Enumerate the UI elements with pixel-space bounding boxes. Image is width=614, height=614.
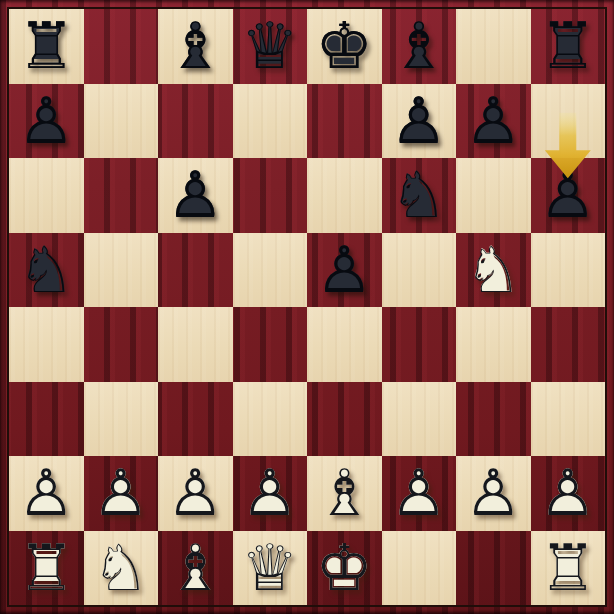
square-f6[interactable]: ♞♘ (382, 158, 457, 233)
square-a1[interactable]: ♜♖ (9, 531, 84, 606)
square-c8[interactable]: ♝♗ (158, 9, 233, 84)
square-h5[interactable] (531, 233, 606, 308)
square-c3[interactable] (158, 382, 233, 457)
piece-white-king[interactable]: ♚♔ (307, 531, 382, 606)
piece-glyph-outline: ♔ (307, 531, 382, 606)
piece-glyph-outline: ♘ (9, 233, 84, 308)
piece-black-pawn[interactable]: ♟♙ (456, 84, 531, 159)
square-a2[interactable]: ♟♙ (9, 456, 84, 531)
square-f1[interactable] (382, 531, 457, 606)
square-c7[interactable] (158, 84, 233, 159)
square-h1[interactable]: ♜♖ (531, 531, 606, 606)
piece-white-knight[interactable]: ♞♘ (456, 233, 531, 308)
square-d2[interactable]: ♟♙ (233, 456, 308, 531)
piece-black-knight[interactable]: ♞♘ (382, 158, 457, 233)
square-a4[interactable] (9, 307, 84, 382)
square-e7[interactable] (307, 84, 382, 159)
piece-black-bishop[interactable]: ♝♗ (382, 9, 457, 84)
piece-glyph-outline: ♖ (9, 531, 84, 606)
square-h4[interactable] (531, 307, 606, 382)
square-f2[interactable]: ♟♙ (382, 456, 457, 531)
piece-glyph-outline: ♙ (307, 233, 382, 308)
chess-board: ♜♖♝♗♛♕♚♔♝♗♜♖♟♙♟♙♟♙♟♙♞♘♟♙♞♘♟♙♞♘♟♙♟♙♟♙♟♙♝♗… (9, 9, 605, 605)
square-f7[interactable]: ♟♙ (382, 84, 457, 159)
square-a6[interactable] (9, 158, 84, 233)
square-h6[interactable]: ♟♙ (531, 158, 606, 233)
piece-glyph-outline: ♙ (9, 84, 84, 159)
piece-black-bishop[interactable]: ♝♗ (158, 9, 233, 84)
square-c5[interactable] (158, 233, 233, 308)
piece-glyph-outline: ♙ (158, 158, 233, 233)
square-b2[interactable]: ♟♙ (84, 456, 159, 531)
square-d7[interactable] (233, 84, 308, 159)
piece-glyph-outline: ♗ (158, 531, 233, 606)
square-g8[interactable] (456, 9, 531, 84)
piece-glyph-outline: ♘ (456, 233, 531, 308)
square-g4[interactable] (456, 307, 531, 382)
piece-glyph-outline: ♔ (307, 9, 382, 84)
piece-white-bishop[interactable]: ♝♗ (307, 456, 382, 531)
square-c2[interactable]: ♟♙ (158, 456, 233, 531)
square-d3[interactable] (233, 382, 308, 457)
piece-black-knight[interactable]: ♞♘ (9, 233, 84, 308)
piece-glyph-outline: ♙ (84, 456, 159, 531)
piece-black-king[interactable]: ♚♔ (307, 9, 382, 84)
square-b6[interactable] (84, 158, 159, 233)
square-e3[interactable] (307, 382, 382, 457)
square-e5[interactable]: ♟♙ (307, 233, 382, 308)
piece-glyph-outline: ♗ (158, 9, 233, 84)
square-f8[interactable]: ♝♗ (382, 9, 457, 84)
square-f5[interactable] (382, 233, 457, 308)
square-h8[interactable]: ♜♖ (531, 9, 606, 84)
square-b8[interactable] (84, 9, 159, 84)
square-g2[interactable]: ♟♙ (456, 456, 531, 531)
square-d5[interactable] (233, 233, 308, 308)
square-h3[interactable] (531, 382, 606, 457)
square-e8[interactable]: ♚♔ (307, 9, 382, 84)
piece-glyph-outline: ♙ (382, 456, 457, 531)
piece-white-rook[interactable]: ♜♖ (531, 531, 606, 606)
square-c4[interactable] (158, 307, 233, 382)
piece-white-pawn[interactable]: ♟♙ (456, 456, 531, 531)
square-g1[interactable] (456, 531, 531, 606)
square-a7[interactable]: ♟♙ (9, 84, 84, 159)
board-frame: ♜♖♝♗♛♕♚♔♝♗♜♖♟♙♟♙♟♙♟♙♞♘♟♙♞♘♟♙♞♘♟♙♟♙♟♙♟♙♝♗… (0, 0, 614, 614)
piece-glyph-outline: ♙ (9, 456, 84, 531)
piece-white-pawn[interactable]: ♟♙ (84, 456, 159, 531)
piece-black-pawn[interactable]: ♟♙ (531, 158, 606, 233)
piece-white-pawn[interactable]: ♟♙ (382, 456, 457, 531)
piece-glyph-outline: ♙ (456, 456, 531, 531)
piece-glyph-outline: ♘ (382, 158, 457, 233)
square-d8[interactable]: ♛♕ (233, 9, 308, 84)
square-h7[interactable] (531, 84, 606, 159)
square-a3[interactable] (9, 382, 84, 457)
piece-white-rook[interactable]: ♜♖ (9, 531, 84, 606)
square-d4[interactable] (233, 307, 308, 382)
piece-glyph-outline: ♕ (233, 531, 308, 606)
square-e6[interactable] (307, 158, 382, 233)
square-h2[interactable]: ♟♙ (531, 456, 606, 531)
square-b1[interactable]: ♞♘ (84, 531, 159, 606)
piece-white-queen[interactable]: ♛♕ (233, 531, 308, 606)
square-g6[interactable] (456, 158, 531, 233)
piece-black-pawn[interactable]: ♟♙ (382, 84, 457, 159)
piece-white-pawn[interactable]: ♟♙ (9, 456, 84, 531)
piece-glyph-outline: ♙ (456, 84, 531, 159)
square-f3[interactable] (382, 382, 457, 457)
piece-white-pawn[interactable]: ♟♙ (158, 456, 233, 531)
square-b7[interactable] (84, 84, 159, 159)
piece-glyph-outline: ♖ (531, 531, 606, 606)
square-e4[interactable] (307, 307, 382, 382)
piece-glyph-outline: ♙ (382, 84, 457, 159)
square-e2[interactable]: ♝♗ (307, 456, 382, 531)
square-d6[interactable] (233, 158, 308, 233)
piece-glyph-outline: ♖ (9, 9, 84, 84)
square-b4[interactable] (84, 307, 159, 382)
piece-black-pawn[interactable]: ♟♙ (158, 158, 233, 233)
square-g5[interactable]: ♞♘ (456, 233, 531, 308)
square-g7[interactable]: ♟♙ (456, 84, 531, 159)
piece-black-queen[interactable]: ♛♕ (233, 9, 308, 84)
piece-white-bishop[interactable]: ♝♗ (158, 531, 233, 606)
piece-glyph-outline: ♖ (531, 9, 606, 84)
piece-white-pawn[interactable]: ♟♙ (233, 456, 308, 531)
square-d1[interactable]: ♛♕ (233, 531, 308, 606)
piece-glyph-outline: ♙ (233, 456, 308, 531)
square-c6[interactable]: ♟♙ (158, 158, 233, 233)
piece-black-rook[interactable]: ♜♖ (531, 9, 606, 84)
piece-black-rook[interactable]: ♜♖ (9, 9, 84, 84)
piece-glyph-outline: ♘ (84, 531, 159, 606)
square-f4[interactable] (382, 307, 457, 382)
square-a5[interactable]: ♞♘ (9, 233, 84, 308)
piece-glyph-outline: ♙ (531, 158, 606, 233)
square-b3[interactable] (84, 382, 159, 457)
piece-white-pawn[interactable]: ♟♙ (531, 456, 606, 531)
square-b5[interactable] (84, 233, 159, 308)
piece-black-pawn[interactable]: ♟♙ (307, 233, 382, 308)
square-g3[interactable] (456, 382, 531, 457)
piece-white-knight[interactable]: ♞♘ (84, 531, 159, 606)
piece-glyph-outline: ♗ (307, 456, 382, 531)
square-a8[interactable]: ♜♖ (9, 9, 84, 84)
piece-glyph-outline: ♕ (233, 9, 308, 84)
piece-glyph-outline: ♗ (382, 9, 457, 84)
square-c1[interactable]: ♝♗ (158, 531, 233, 606)
piece-black-pawn[interactable]: ♟♙ (9, 84, 84, 159)
square-e1[interactable]: ♚♔ (307, 531, 382, 606)
piece-glyph-outline: ♙ (531, 456, 606, 531)
piece-glyph-outline: ♙ (158, 456, 233, 531)
